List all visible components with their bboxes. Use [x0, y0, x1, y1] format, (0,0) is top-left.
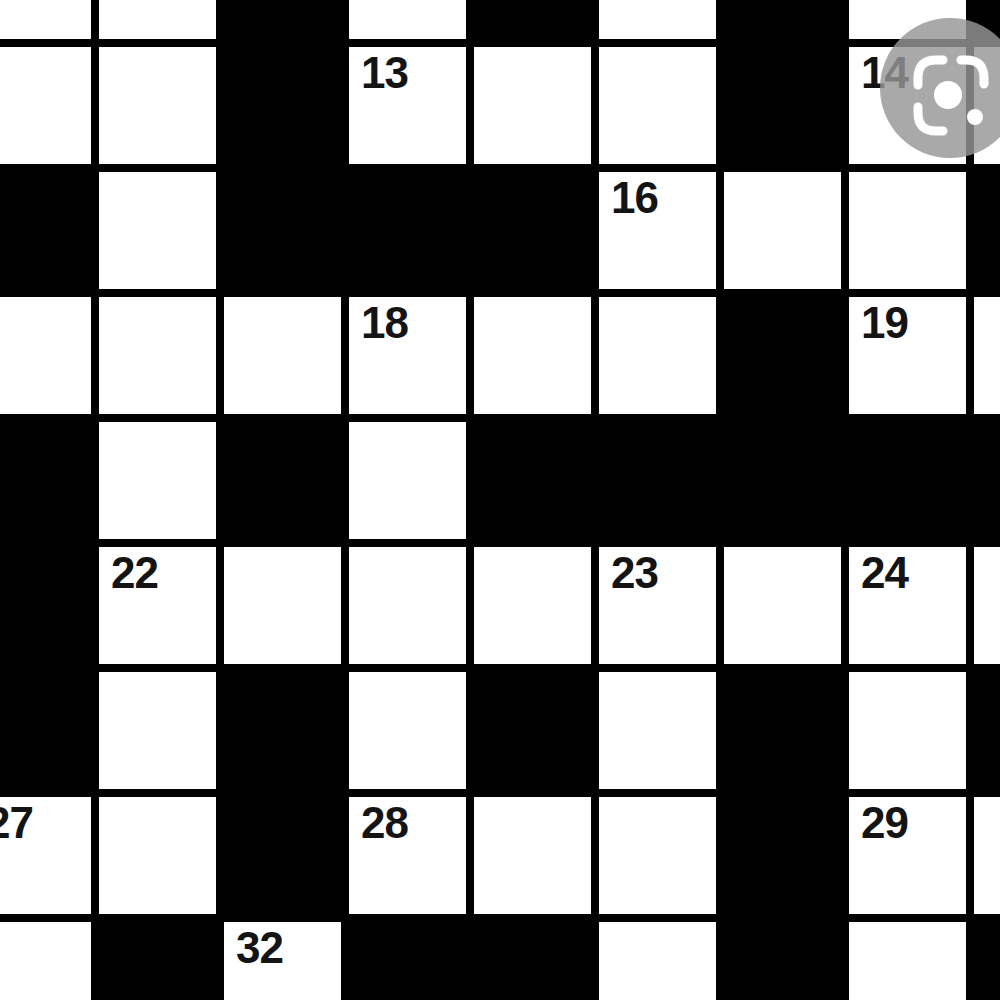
cell-r1c4-white: [474, 47, 591, 164]
cell-r5c3-white: [349, 547, 466, 664]
lens-center-dot: [934, 81, 962, 109]
cell-r6c6-black: [724, 672, 841, 789]
cell-r6c4-black: [474, 672, 591, 789]
clue-number-27: 27: [0, 801, 33, 845]
cell-r3c3-white: 18: [349, 297, 466, 414]
cell-r6c7-white: [849, 672, 966, 789]
cell-r2c1-white: [99, 172, 216, 289]
crossword-board: 131416181922232427282932: [0, 0, 1000, 1000]
cell-r3c4-white: [474, 297, 591, 414]
cell-r8c8-black: [974, 922, 1000, 1000]
cell-r8c0-white: [0, 922, 91, 1000]
cell-r5c2-white: [224, 547, 341, 664]
cell-r0c6-black: [724, 0, 841, 39]
cell-r5c7-white: 24: [849, 547, 966, 664]
cell-r3c6-black: [724, 297, 841, 414]
cell-r2c2-black: [224, 172, 341, 289]
clue-number-22: 22: [111, 551, 158, 595]
cell-r8c6-black: [724, 922, 841, 1000]
clue-number-18: 18: [361, 301, 408, 345]
cell-r7c6-black: [724, 797, 841, 914]
cell-r3c1-white: [99, 297, 216, 414]
cell-r7c4-white: [474, 797, 591, 914]
cell-r3c7-white: 19: [849, 297, 966, 414]
cell-r3c2-white: [224, 297, 341, 414]
clue-number-13: 13: [361, 51, 408, 95]
cell-r1c6-black: [724, 47, 841, 164]
cell-r4c1-white: [99, 422, 216, 539]
cell-r2c6-white: [724, 172, 841, 289]
cell-r1c5-white: [599, 47, 716, 164]
lens-button[interactable]: [875, 11, 1000, 171]
cell-r4c6-black: [724, 422, 841, 539]
cell-r6c3-white: [349, 672, 466, 789]
cell-r2c7-white: [849, 172, 966, 289]
cell-r6c0-black: [0, 672, 91, 789]
clue-number-24: 24: [861, 551, 908, 595]
cell-r6c1-white: [99, 672, 216, 789]
cell-r8c5-white: [599, 922, 716, 1000]
cell-r1c1-white: [99, 47, 216, 164]
cell-r3c5-white: [599, 297, 716, 414]
cell-r4c7-black: [849, 422, 966, 539]
cell-r1c2-black: [224, 47, 341, 164]
cell-r2c4-black: [474, 172, 591, 289]
cell-r0c3-white: [349, 0, 466, 39]
cell-r5c0-black: [0, 547, 91, 664]
cell-r1c3-white: 13: [349, 47, 466, 164]
cell-r5c8-white: [974, 547, 1000, 664]
cell-r7c8-white: [974, 797, 1000, 914]
clue-number-19: 19: [861, 301, 908, 345]
cell-r5c4-white: [474, 547, 591, 664]
clue-number-28: 28: [361, 801, 408, 845]
cell-r7c7-white: 29: [849, 797, 966, 914]
cell-r0c1-white: [99, 0, 216, 39]
cell-r2c5-white: 16: [599, 172, 716, 289]
cell-r2c8-black: [974, 172, 1000, 289]
cell-r7c3-white: 28: [349, 797, 466, 914]
cell-r7c0-white: 27: [0, 797, 91, 914]
cell-r7c1-white: [99, 797, 216, 914]
cell-r0c0-white: [0, 0, 91, 39]
clue-number-23: 23: [611, 551, 658, 595]
cell-r0c2-black: [224, 0, 341, 39]
cell-r6c5-white: [599, 672, 716, 789]
cell-r1c0-white: [0, 47, 91, 164]
cell-r8c1-black: [99, 922, 216, 1000]
cell-r2c0-black: [0, 172, 91, 289]
cell-r4c4-black: [474, 422, 591, 539]
cell-r2c3-black: [349, 172, 466, 289]
cell-r7c2-black: [224, 797, 341, 914]
cell-r8c2-white: 32: [224, 922, 341, 1000]
cell-r0c4-black: [474, 0, 591, 39]
cell-r4c8-black: [974, 422, 1000, 539]
cell-r3c0-white: [0, 297, 91, 414]
cell-r8c7-white: [849, 922, 966, 1000]
cell-r5c6-white: [724, 547, 841, 664]
cell-r7c5-white: [599, 797, 716, 914]
camera-lens-icon: [875, 11, 1000, 171]
cell-r3c8-white: [974, 297, 1000, 414]
cell-r5c1-white: 22: [99, 547, 216, 664]
image-viewer-stage: 131416181922232427282932: [0, 0, 1000, 1000]
cell-r0c5-white: [599, 0, 716, 39]
cell-r4c0-black: [0, 422, 91, 539]
cell-r4c5-black: [599, 422, 716, 539]
cell-r6c2-black: [224, 672, 341, 789]
cell-r4c3-white: [349, 422, 466, 539]
cell-r8c3-black: [349, 922, 466, 1000]
cell-r5c5-white: 23: [599, 547, 716, 664]
lens-small-dot: [967, 109, 983, 125]
clue-number-29: 29: [861, 801, 908, 845]
cell-r6c8-black: [974, 672, 1000, 789]
cell-r8c4-black: [474, 922, 591, 1000]
clue-number-32: 32: [236, 926, 283, 970]
clue-number-16: 16: [611, 176, 658, 220]
cell-r4c2-black: [224, 422, 341, 539]
